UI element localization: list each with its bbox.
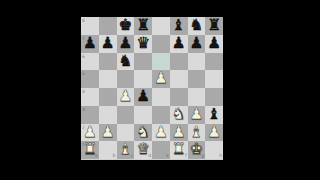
square-b7[interactable]: ♟ xyxy=(99,35,117,53)
rank-label-3: 3 xyxy=(82,107,85,112)
rank-label-5: 5 xyxy=(82,71,85,76)
white-pawn-g3: ♟ xyxy=(188,106,206,124)
square-c8[interactable]: ♚ xyxy=(117,17,135,35)
white-bishop-g2: ♝ xyxy=(188,124,206,142)
white-rook-a1: ♜ xyxy=(81,141,99,159)
square-b4[interactable] xyxy=(99,88,117,106)
black-bishop-f8: ♝ xyxy=(170,17,188,35)
file-label-b: b xyxy=(113,153,116,158)
square-d2[interactable]: ♞ xyxy=(134,124,152,142)
square-b1[interactable]: b xyxy=(99,141,117,159)
square-g1[interactable]: g♚ xyxy=(188,141,206,159)
square-f2[interactable]: ♟ xyxy=(170,124,188,142)
square-e3[interactable] xyxy=(152,106,170,124)
square-d8[interactable]: ♜ xyxy=(134,17,152,35)
black-pawn-b7: ♟ xyxy=(99,35,117,53)
square-f4[interactable] xyxy=(170,88,188,106)
square-a6[interactable]: 6 xyxy=(81,53,99,71)
square-c6[interactable]: ♞ xyxy=(117,53,135,71)
black-queen-d7: ♛ xyxy=(134,35,152,53)
square-d3[interactable] xyxy=(134,106,152,124)
square-f1[interactable]: f♜ xyxy=(170,141,188,159)
square-e6[interactable] xyxy=(152,53,170,71)
black-bishop-h3: ♝ xyxy=(205,106,223,124)
white-pawn-b2: ♟ xyxy=(99,124,117,142)
square-c2[interactable] xyxy=(117,124,135,142)
white-pawn-c4: ♟ xyxy=(117,88,135,106)
black-rook-d8: ♜ xyxy=(134,17,152,35)
square-a4[interactable]: 4 xyxy=(81,88,99,106)
black-rook-h8: ♜ xyxy=(205,17,223,35)
square-b8[interactable] xyxy=(99,17,117,35)
square-c3[interactable] xyxy=(117,106,135,124)
square-h5[interactable] xyxy=(205,70,223,88)
square-f3[interactable]: ♞ xyxy=(170,106,188,124)
white-queen-d1: ♛ xyxy=(134,141,152,159)
square-g7[interactable]: ♟ xyxy=(188,35,206,53)
square-e1[interactable]: e xyxy=(152,141,170,159)
white-bishop-c1: ♝ xyxy=(117,141,135,159)
square-a5[interactable]: 5 xyxy=(81,70,99,88)
square-f8[interactable]: ♝ xyxy=(170,17,188,35)
square-d4[interactable]: ♟ xyxy=(134,88,152,106)
square-b5[interactable] xyxy=(99,70,117,88)
square-g5[interactable] xyxy=(188,70,206,88)
square-b6[interactable] xyxy=(99,53,117,71)
square-e7[interactable] xyxy=(152,35,170,53)
black-pawn-d4: ♟ xyxy=(134,88,152,106)
square-h7[interactable]: ♟ xyxy=(205,35,223,53)
square-g4[interactable] xyxy=(188,88,206,106)
square-h6[interactable] xyxy=(205,53,223,71)
black-pawn-h7: ♟ xyxy=(205,35,223,53)
video-background: 8♚♜♝♞♜7♟♟♟♛♟♟♟6♞5♟4♟♟3♞♟♝2♟♟♞♟♟♝♟1a♜bc♝d… xyxy=(0,0,320,180)
square-d7[interactable]: ♛ xyxy=(134,35,152,53)
black-king-c8: ♚ xyxy=(117,17,135,35)
chess-board: 8♚♜♝♞♜7♟♟♟♛♟♟♟6♞5♟4♟♟3♞♟♝2♟♟♞♟♟♝♟1a♜bc♝d… xyxy=(81,17,223,160)
file-label-h: h xyxy=(219,153,222,158)
square-g8[interactable]: ♞ xyxy=(188,17,206,35)
square-d5[interactable] xyxy=(134,70,152,88)
white-knight-d2: ♞ xyxy=(134,124,152,142)
white-pawn-e2: ♟ xyxy=(152,124,170,142)
white-pawn-f2: ♟ xyxy=(170,124,188,142)
square-e2[interactable]: ♟ xyxy=(152,124,170,142)
white-pawn-h2: ♟ xyxy=(205,124,223,142)
square-h2[interactable]: ♟ xyxy=(205,124,223,142)
file-label-e: e xyxy=(166,153,169,158)
black-knight-g8: ♞ xyxy=(188,17,206,35)
rank-label-8: 8 xyxy=(82,18,85,23)
square-b3[interactable] xyxy=(99,106,117,124)
black-pawn-f7: ♟ xyxy=(170,35,188,53)
square-f6[interactable] xyxy=(170,53,188,71)
black-knight-c6: ♞ xyxy=(117,53,135,71)
square-a2[interactable]: 2♟ xyxy=(81,124,99,142)
square-e4[interactable] xyxy=(152,88,170,106)
square-c1[interactable]: c♝ xyxy=(117,141,135,159)
white-pawn-e5: ♟ xyxy=(152,70,170,88)
square-h3[interactable]: ♝ xyxy=(205,106,223,124)
square-e5[interactable]: ♟ xyxy=(152,70,170,88)
white-pawn-a2: ♟ xyxy=(81,124,99,142)
rank-label-4: 4 xyxy=(82,89,85,94)
white-rook-f1: ♜ xyxy=(170,141,188,159)
square-h8[interactable]: ♜ xyxy=(205,17,223,35)
square-f5[interactable] xyxy=(170,70,188,88)
white-knight-f3: ♞ xyxy=(170,106,188,124)
black-pawn-c7: ♟ xyxy=(117,35,135,53)
square-g2[interactable]: ♝ xyxy=(188,124,206,142)
square-d6[interactable] xyxy=(134,53,152,71)
white-king-g1: ♚ xyxy=(188,141,206,159)
square-c5[interactable] xyxy=(117,70,135,88)
black-pawn-a7: ♟ xyxy=(81,35,99,53)
square-e8[interactable] xyxy=(152,17,170,35)
square-c7[interactable]: ♟ xyxy=(117,35,135,53)
square-f7[interactable]: ♟ xyxy=(170,35,188,53)
square-g6[interactable] xyxy=(188,53,206,71)
square-g3[interactable]: ♟ xyxy=(188,106,206,124)
rank-label-6: 6 xyxy=(82,54,85,59)
square-c4[interactable]: ♟ xyxy=(117,88,135,106)
square-a8[interactable]: 8 xyxy=(81,17,99,35)
square-h1[interactable]: h xyxy=(205,141,223,159)
square-d1[interactable]: d♛ xyxy=(134,141,152,159)
square-h4[interactable] xyxy=(205,88,223,106)
square-b2[interactable]: ♟ xyxy=(99,124,117,142)
square-a3[interactable]: 3 xyxy=(81,106,99,124)
black-pawn-g7: ♟ xyxy=(188,35,206,53)
square-a7[interactable]: 7♟ xyxy=(81,35,99,53)
square-a1[interactable]: 1a♜ xyxy=(81,141,99,159)
